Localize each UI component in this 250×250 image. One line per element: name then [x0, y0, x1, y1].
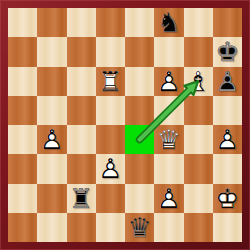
square-d7[interactable] — [96, 37, 125, 66]
square-h1[interactable] — [213, 213, 242, 242]
square-b7[interactable] — [37, 37, 66, 66]
white-pawn: ♟♙ — [96, 154, 125, 183]
square-a1[interactable] — [8, 213, 37, 242]
square-f7[interactable] — [154, 37, 183, 66]
square-b3[interactable] — [37, 154, 66, 183]
square-c7[interactable] — [67, 37, 96, 66]
square-e8[interactable] — [125, 8, 154, 37]
square-c5[interactable] — [67, 96, 96, 125]
square-a4[interactable] — [8, 125, 37, 154]
square-e4[interactable] — [125, 125, 154, 154]
board-frame: ♞♘♚♔♜♖♟♙♝♗♟♙♟♙♛♕♟♙♟♙♜♖♟♙♚♔♛♕ — [0, 0, 250, 250]
square-g4[interactable] — [184, 125, 213, 154]
square-c6[interactable] — [67, 67, 96, 96]
square-f2[interactable]: ♟♙ — [154, 184, 183, 213]
square-f8[interactable]: ♞♘ — [154, 8, 183, 37]
black-knight: ♞♘ — [154, 8, 183, 37]
square-a5[interactable] — [8, 96, 37, 125]
square-a8[interactable] — [8, 8, 37, 37]
square-d3[interactable]: ♟♙ — [96, 154, 125, 183]
square-h4[interactable]: ♟♙ — [213, 125, 242, 154]
square-f1[interactable] — [154, 213, 183, 242]
square-g1[interactable] — [184, 213, 213, 242]
square-f3[interactable] — [154, 154, 183, 183]
square-c8[interactable] — [67, 8, 96, 37]
square-d8[interactable] — [96, 8, 125, 37]
square-e1[interactable]: ♛♕ — [125, 213, 154, 242]
square-h3[interactable] — [213, 154, 242, 183]
square-c4[interactable] — [67, 125, 96, 154]
square-b1[interactable] — [37, 213, 66, 242]
square-b6[interactable] — [37, 67, 66, 96]
square-e6[interactable] — [125, 67, 154, 96]
white-rook: ♜♖ — [96, 67, 125, 96]
square-f4[interactable]: ♛♕ — [154, 125, 183, 154]
square-c2[interactable]: ♜♖ — [67, 184, 96, 213]
square-c3[interactable] — [67, 154, 96, 183]
chess-board: ♞♘♚♔♜♖♟♙♝♗♟♙♟♙♛♕♟♙♟♙♜♖♟♙♚♔♛♕ — [8, 8, 242, 242]
square-d4[interactable] — [96, 125, 125, 154]
white-pawn: ♟♙ — [154, 67, 183, 96]
square-h5[interactable] — [213, 96, 242, 125]
square-h7[interactable]: ♚♔ — [213, 37, 242, 66]
square-f6[interactable]: ♟♙ — [154, 67, 183, 96]
square-a7[interactable] — [8, 37, 37, 66]
white-bishop: ♝♗ — [184, 67, 213, 96]
square-g3[interactable] — [184, 154, 213, 183]
black-queen: ♛♕ — [125, 213, 154, 242]
square-e3[interactable] — [125, 154, 154, 183]
white-king: ♚♔ — [213, 184, 242, 213]
square-h2[interactable]: ♚♔ — [213, 184, 242, 213]
square-e2[interactable] — [125, 184, 154, 213]
black-rook: ♜♖ — [67, 184, 96, 213]
square-d6[interactable]: ♜♖ — [96, 67, 125, 96]
square-g6[interactable]: ♝♗ — [184, 67, 213, 96]
square-h8[interactable] — [213, 8, 242, 37]
square-g7[interactable] — [184, 37, 213, 66]
square-a2[interactable] — [8, 184, 37, 213]
white-queen: ♛♕ — [154, 125, 183, 154]
square-c1[interactable] — [67, 213, 96, 242]
square-a3[interactable] — [8, 154, 37, 183]
black-pawn: ♟♙ — [213, 67, 242, 96]
white-pawn: ♟♙ — [37, 125, 66, 154]
square-g8[interactable] — [184, 8, 213, 37]
square-b5[interactable] — [37, 96, 66, 125]
square-d5[interactable] — [96, 96, 125, 125]
square-d2[interactable] — [96, 184, 125, 213]
white-pawn: ♟♙ — [154, 184, 183, 213]
square-a6[interactable] — [8, 67, 37, 96]
square-e7[interactable] — [125, 37, 154, 66]
square-b8[interactable] — [37, 8, 66, 37]
square-b2[interactable] — [37, 184, 66, 213]
square-b4[interactable]: ♟♙ — [37, 125, 66, 154]
white-pawn: ♟♙ — [213, 125, 242, 154]
square-f5[interactable] — [154, 96, 183, 125]
square-g5[interactable] — [184, 96, 213, 125]
square-h6[interactable]: ♟♙ — [213, 67, 242, 96]
square-d1[interactable] — [96, 213, 125, 242]
square-g2[interactable] — [184, 184, 213, 213]
square-e5[interactable] — [125, 96, 154, 125]
black-king: ♚♔ — [213, 37, 242, 66]
